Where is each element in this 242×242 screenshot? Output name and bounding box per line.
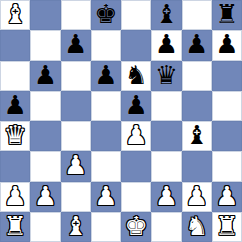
square-a2[interactable]: ♟: [0, 182, 30, 212]
white-pawn-c3[interactable]: ♟: [64, 152, 87, 178]
square-d5[interactable]: [91, 91, 121, 121]
square-f8[interactable]: ♝: [151, 0, 181, 30]
square-e1[interactable]: ♚: [121, 212, 151, 242]
square-a1[interactable]: ♜: [0, 212, 30, 242]
square-e5[interactable]: ♟: [121, 91, 151, 121]
white-pawn-d2[interactable]: ♟: [94, 183, 117, 209]
square-g3[interactable]: [182, 151, 212, 181]
black-pawn-c7[interactable]: ♟: [64, 31, 87, 57]
square-g2[interactable]: ♟: [182, 182, 212, 212]
square-a3[interactable]: [0, 151, 30, 181]
square-b8[interactable]: [30, 0, 60, 30]
white-queen-a4[interactable]: ♛: [3, 122, 26, 148]
black-pawn-f7[interactable]: ♟: [155, 31, 178, 57]
white-king-e1[interactable]: ♚: [124, 213, 147, 239]
square-d7[interactable]: [91, 30, 121, 60]
black-king-d8[interactable]: ♚: [94, 1, 117, 27]
square-d8[interactable]: ♚: [91, 0, 121, 30]
chess-board: ♝♚♝♜♟♟♟♟♟♟♞♛♟♟♛♟♝♟♟♟♟♟♟♟♜♝♚♞♜: [0, 0, 242, 242]
square-e4[interactable]: ♟: [121, 121, 151, 151]
square-c5[interactable]: [61, 91, 91, 121]
square-b5[interactable]: [30, 91, 60, 121]
square-a4[interactable]: ♛: [0, 121, 30, 151]
square-h4[interactable]: [212, 121, 242, 151]
white-knight-g1[interactable]: ♞: [185, 213, 208, 239]
square-e6[interactable]: ♞: [121, 61, 151, 91]
black-pawn-g7[interactable]: ♟: [185, 31, 208, 57]
square-c1[interactable]: ♝: [61, 212, 91, 242]
square-d3[interactable]: [91, 151, 121, 181]
square-b1[interactable]: [30, 212, 60, 242]
white-rook-a1[interactable]: ♜: [3, 213, 26, 239]
square-a8[interactable]: ♝: [0, 0, 30, 30]
square-d1[interactable]: [91, 212, 121, 242]
square-e8[interactable]: [121, 0, 151, 30]
square-g8[interactable]: [182, 0, 212, 30]
square-h6[interactable]: [212, 61, 242, 91]
white-pawn-e4[interactable]: ♟: [124, 122, 147, 148]
square-h5[interactable]: [212, 91, 242, 121]
square-f6[interactable]: ♛: [151, 61, 181, 91]
square-f3[interactable]: [151, 151, 181, 181]
square-c3[interactable]: ♟: [61, 151, 91, 181]
square-f4[interactable]: [151, 121, 181, 151]
square-c6[interactable]: [61, 61, 91, 91]
square-g5[interactable]: [182, 91, 212, 121]
square-a6[interactable]: [0, 61, 30, 91]
square-d2[interactable]: ♟: [91, 182, 121, 212]
square-g1[interactable]: ♞: [182, 212, 212, 242]
black-bishop-g4[interactable]: ♝: [185, 122, 208, 148]
square-f5[interactable]: [151, 91, 181, 121]
white-bishop-a8[interactable]: ♝: [3, 1, 26, 27]
square-d6[interactable]: ♟: [91, 61, 121, 91]
black-pawn-a5[interactable]: ♟: [3, 92, 26, 118]
square-g4[interactable]: ♝: [182, 121, 212, 151]
square-a5[interactable]: ♟: [0, 91, 30, 121]
white-bishop-c1[interactable]: ♝: [64, 213, 87, 239]
black-pawn-d6[interactable]: ♟: [94, 62, 117, 88]
white-pawn-b2[interactable]: ♟: [34, 183, 57, 209]
square-b7[interactable]: [30, 30, 60, 60]
white-pawn-h2[interactable]: ♟: [215, 183, 238, 209]
white-pawn-a2[interactable]: ♟: [3, 183, 26, 209]
black-bishop-f8[interactable]: ♝: [155, 1, 178, 27]
black-knight-e6[interactable]: ♞: [124, 62, 147, 88]
square-b2[interactable]: ♟: [30, 182, 60, 212]
square-c2[interactable]: [61, 182, 91, 212]
square-f1[interactable]: [151, 212, 181, 242]
white-rook-h1[interactable]: ♜: [215, 213, 238, 239]
square-h1[interactable]: ♜: [212, 212, 242, 242]
square-c4[interactable]: [61, 121, 91, 151]
white-pawn-g2[interactable]: ♟: [185, 183, 208, 209]
square-a7[interactable]: [0, 30, 30, 60]
black-pawn-h7[interactable]: ♟: [215, 31, 238, 57]
black-pawn-b6[interactable]: ♟: [34, 62, 57, 88]
square-c7[interactable]: ♟: [61, 30, 91, 60]
black-pawn-e5[interactable]: ♟: [124, 92, 147, 118]
square-h2[interactable]: ♟: [212, 182, 242, 212]
square-e3[interactable]: [121, 151, 151, 181]
square-g6[interactable]: [182, 61, 212, 91]
square-e7[interactable]: [121, 30, 151, 60]
square-d4[interactable]: [91, 121, 121, 151]
square-f2[interactable]: ♟: [151, 182, 181, 212]
square-g7[interactable]: ♟: [182, 30, 212, 60]
square-b3[interactable]: [30, 151, 60, 181]
square-c8[interactable]: [61, 0, 91, 30]
square-b4[interactable]: [30, 121, 60, 151]
square-e2[interactable]: [121, 182, 151, 212]
black-queen-f6[interactable]: ♛: [155, 62, 178, 88]
square-h7[interactable]: ♟: [212, 30, 242, 60]
square-b6[interactable]: ♟: [30, 61, 60, 91]
square-h8[interactable]: ♜: [212, 0, 242, 30]
square-h3[interactable]: [212, 151, 242, 181]
square-f7[interactable]: ♟: [151, 30, 181, 60]
white-pawn-f2[interactable]: ♟: [155, 183, 178, 209]
black-rook-h8[interactable]: ♜: [215, 1, 238, 27]
